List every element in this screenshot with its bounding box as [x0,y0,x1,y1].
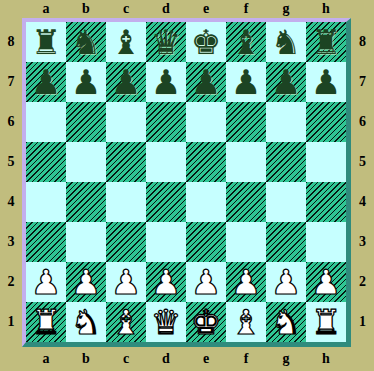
square-f1[interactable]: ♝ [226,302,266,342]
piece-white-rook[interactable]: ♜ [31,302,61,342]
square-b7[interactable]: ♟ [66,62,106,102]
square-e1[interactable]: ♚ [186,302,226,342]
rank-label-right-7: 7 [351,62,374,102]
piece-white-pawn[interactable]: ♟ [231,262,261,302]
file-label-top-c: c [106,2,146,16]
square-f2[interactable]: ♟ [226,262,266,302]
square-f6[interactable] [226,102,266,142]
square-h4[interactable] [306,182,346,222]
piece-black-bishop[interactable]: ♝ [111,22,141,62]
square-g2[interactable]: ♟ [266,262,306,302]
square-d5[interactable] [146,142,186,182]
square-b6[interactable] [66,102,106,142]
square-g4[interactable] [266,182,306,222]
chess-board[interactable]: ♜♞♝♛♚♝♞♜♟♟♟♟♟♟♟♟♟♟♟♟♟♟♟♟♜♞♝♛♚♝♞♜ [22,18,351,347]
piece-white-pawn[interactable]: ♟ [311,262,341,302]
file-labels-bottom: abcdefgh [26,347,374,371]
rank-label-left-8: 8 [0,22,22,62]
square-a7[interactable]: ♟ [26,62,66,102]
piece-white-pawn[interactable]: ♟ [111,262,141,302]
board-middle-row: 87654321 ♜♞♝♛♚♝♞♜♟♟♟♟♟♟♟♟♟♟♟♟♟♟♟♟♜♞♝♛♚♝♞… [0,18,374,347]
square-a1[interactable]: ♜ [26,302,66,342]
rank-label-left-5: 5 [0,142,22,182]
square-h5[interactable] [306,142,346,182]
file-label-top-e: e [186,2,226,16]
rank-label-left-2: 2 [0,262,22,302]
piece-black-pawn[interactable]: ♟ [31,62,61,102]
rank-label-left-1: 1 [0,302,22,342]
file-label-top-b: b [66,2,106,16]
square-c7[interactable]: ♟ [106,62,146,102]
piece-white-pawn[interactable]: ♟ [191,262,221,302]
square-c6[interactable] [106,102,146,142]
file-label-top-a: a [26,2,66,16]
square-d4[interactable] [146,182,186,222]
chess-app-window: abcdefgh 87654321 ♜♞♝♛♚♝♞♜♟♟♟♟♟♟♟♟♟♟♟♟♟♟… [0,0,374,371]
square-b1[interactable]: ♞ [66,302,106,342]
file-label-bottom-g: g [266,352,306,366]
square-h2[interactable]: ♟ [306,262,346,302]
piece-black-king[interactable]: ♚ [191,22,221,62]
file-label-bottom-f: f [226,352,266,366]
square-c5[interactable] [106,142,146,182]
rank-label-left-3: 3 [0,222,22,262]
square-h8[interactable]: ♜ [306,22,346,62]
square-e6[interactable] [186,102,226,142]
rank-label-right-6: 6 [351,102,374,142]
piece-white-knight[interactable]: ♞ [71,302,101,342]
piece-black-pawn[interactable]: ♟ [151,62,181,102]
square-f8[interactable]: ♝ [226,22,266,62]
piece-white-knight[interactable]: ♞ [271,302,301,342]
square-h3[interactable] [306,222,346,262]
square-g6[interactable] [266,102,306,142]
square-a4[interactable] [26,182,66,222]
square-b8[interactable]: ♞ [66,22,106,62]
piece-black-bishop[interactable]: ♝ [231,22,261,62]
piece-black-queen[interactable]: ♛ [151,22,181,62]
rank-label-left-7: 7 [0,62,22,102]
square-a8[interactable]: ♜ [26,22,66,62]
piece-black-pawn[interactable]: ♟ [311,62,341,102]
rank-label-right-8: 8 [351,22,374,62]
square-f5[interactable] [226,142,266,182]
piece-black-pawn[interactable]: ♟ [111,62,141,102]
piece-black-rook[interactable]: ♜ [311,22,341,62]
square-c8[interactable]: ♝ [106,22,146,62]
square-g8[interactable]: ♞ [266,22,306,62]
file-label-bottom-b: b [66,352,106,366]
square-a3[interactable] [26,222,66,262]
piece-black-pawn[interactable]: ♟ [271,62,301,102]
piece-white-pawn[interactable]: ♟ [151,262,181,302]
piece-black-pawn[interactable]: ♟ [231,62,261,102]
file-label-bottom-a: a [26,352,66,366]
rank-label-right-5: 5 [351,142,374,182]
square-e5[interactable] [186,142,226,182]
square-d2[interactable]: ♟ [146,262,186,302]
file-label-top-h: h [306,2,346,16]
file-label-bottom-h: h [306,352,346,366]
rank-labels-right: 87654321 [351,18,374,347]
rank-labels-left: 87654321 [0,18,22,347]
piece-white-queen[interactable]: ♛ [151,302,181,342]
square-e2[interactable]: ♟ [186,262,226,302]
square-a5[interactable] [26,142,66,182]
square-g3[interactable] [266,222,306,262]
square-g1[interactable]: ♞ [266,302,306,342]
square-a6[interactable] [26,102,66,142]
square-c1[interactable]: ♝ [106,302,146,342]
file-label-bottom-d: d [146,352,186,366]
rank-label-right-4: 4 [351,182,374,222]
piece-black-knight[interactable]: ♞ [271,22,301,62]
square-d8[interactable]: ♛ [146,22,186,62]
square-b2[interactable]: ♟ [66,262,106,302]
square-f4[interactable] [226,182,266,222]
piece-white-king[interactable]: ♚ [191,302,221,342]
rank-label-right-2: 2 [351,262,374,302]
piece-white-bishop[interactable]: ♝ [231,302,261,342]
square-h6[interactable] [306,102,346,142]
square-c2[interactable]: ♟ [106,262,146,302]
rank-label-left-4: 4 [0,182,22,222]
square-d6[interactable] [146,102,186,142]
square-b4[interactable] [66,182,106,222]
square-c4[interactable] [106,182,146,222]
square-e4[interactable] [186,182,226,222]
piece-black-pawn[interactable]: ♟ [71,62,101,102]
piece-black-pawn[interactable]: ♟ [191,62,221,102]
square-d3[interactable] [146,222,186,262]
rank-label-left-6: 6 [0,102,22,142]
square-e7[interactable]: ♟ [186,62,226,102]
piece-white-rook[interactable]: ♜ [311,302,341,342]
file-label-bottom-e: e [186,352,226,366]
piece-white-bishop[interactable]: ♝ [111,302,141,342]
square-d1[interactable]: ♛ [146,302,186,342]
square-d7[interactable]: ♟ [146,62,186,102]
file-label-top-d: d [146,2,186,16]
square-f3[interactable] [226,222,266,262]
square-b5[interactable] [66,142,106,182]
square-g7[interactable]: ♟ [266,62,306,102]
piece-black-rook[interactable]: ♜ [31,22,61,62]
square-h1[interactable]: ♜ [306,302,346,342]
file-label-top-g: g [266,2,306,16]
piece-white-pawn[interactable]: ♟ [271,262,301,302]
square-g5[interactable] [266,142,306,182]
piece-white-pawn[interactable]: ♟ [71,262,101,302]
square-f7[interactable]: ♟ [226,62,266,102]
rank-label-right-1: 1 [351,302,374,342]
square-e3[interactable] [186,222,226,262]
file-labels-top: abcdefgh [26,0,374,18]
square-c3[interactable] [106,222,146,262]
file-label-top-f: f [226,2,266,16]
square-b3[interactable] [66,222,106,262]
square-h7[interactable]: ♟ [306,62,346,102]
square-a2[interactable]: ♟ [26,262,66,302]
file-label-bottom-c: c [106,352,146,366]
square-e8[interactable]: ♚ [186,22,226,62]
piece-black-knight[interactable]: ♞ [71,22,101,62]
piece-white-pawn[interactable]: ♟ [31,262,61,302]
rank-label-right-3: 3 [351,222,374,262]
